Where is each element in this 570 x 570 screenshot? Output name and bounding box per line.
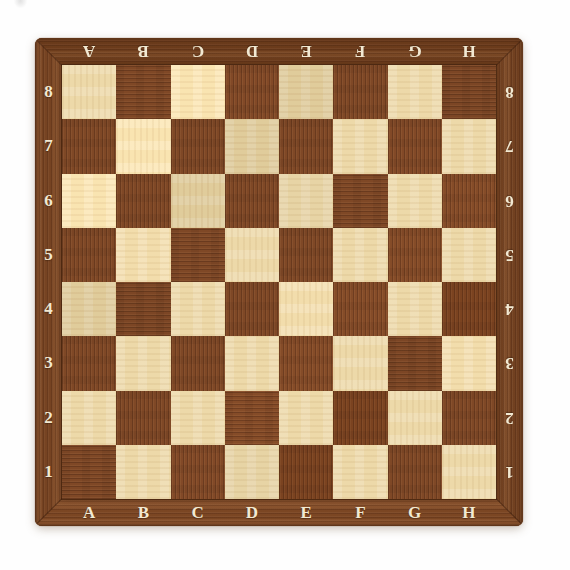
square-f6[interactable] (333, 174, 387, 228)
square-a7[interactable] (62, 119, 116, 173)
square-b7[interactable] (116, 119, 170, 173)
square-e8[interactable] (279, 65, 333, 119)
square-b3[interactable] (116, 336, 170, 390)
square-c3[interactable] (171, 336, 225, 390)
square-h8[interactable] (442, 65, 496, 119)
square-f5[interactable] (333, 228, 387, 282)
square-a5[interactable] (62, 228, 116, 282)
square-d4[interactable] (225, 282, 279, 336)
square-f2[interactable] (333, 391, 387, 445)
square-b1[interactable] (116, 445, 170, 499)
square-f7[interactable] (333, 119, 387, 173)
square-a3[interactable] (62, 336, 116, 390)
square-c4[interactable] (171, 282, 225, 336)
square-b2[interactable] (116, 391, 170, 445)
square-e5[interactable] (279, 228, 333, 282)
square-h7[interactable] (442, 119, 496, 173)
photo-artifact (14, 0, 27, 8)
square-d1[interactable] (225, 445, 279, 499)
square-a4[interactable] (62, 282, 116, 336)
square-d3[interactable] (225, 336, 279, 390)
square-e1[interactable] (279, 445, 333, 499)
square-g2[interactable] (388, 391, 442, 445)
photo-background: A B C D E F G H A B C D E F G H 8 7 6 5 … (0, 0, 570, 570)
square-d2[interactable] (225, 391, 279, 445)
square-a1[interactable] (62, 445, 116, 499)
square-a8[interactable] (62, 65, 116, 119)
square-e3[interactable] (279, 336, 333, 390)
square-c5[interactable] (171, 228, 225, 282)
square-h2[interactable] (442, 391, 496, 445)
square-f8[interactable] (333, 65, 387, 119)
square-d6[interactable] (225, 174, 279, 228)
chess-board: A B C D E F G H A B C D E F G H 8 7 6 5 … (35, 38, 523, 526)
square-b5[interactable] (116, 228, 170, 282)
square-a6[interactable] (62, 174, 116, 228)
square-f4[interactable] (333, 282, 387, 336)
square-h5[interactable] (442, 228, 496, 282)
square-h3[interactable] (442, 336, 496, 390)
square-a2[interactable] (62, 391, 116, 445)
square-c8[interactable] (171, 65, 225, 119)
square-c7[interactable] (171, 119, 225, 173)
square-d8[interactable] (225, 65, 279, 119)
square-g8[interactable] (388, 65, 442, 119)
square-b8[interactable] (116, 65, 170, 119)
square-e2[interactable] (279, 391, 333, 445)
square-g1[interactable] (388, 445, 442, 499)
square-h1[interactable] (442, 445, 496, 499)
square-d5[interactable] (225, 228, 279, 282)
square-g5[interactable] (388, 228, 442, 282)
square-e7[interactable] (279, 119, 333, 173)
square-b4[interactable] (116, 282, 170, 336)
square-g6[interactable] (388, 174, 442, 228)
square-g3[interactable] (388, 336, 442, 390)
square-c6[interactable] (171, 174, 225, 228)
square-e6[interactable] (279, 174, 333, 228)
square-d7[interactable] (225, 119, 279, 173)
board-playing-field (62, 65, 496, 499)
square-c1[interactable] (171, 445, 225, 499)
square-b6[interactable] (116, 174, 170, 228)
square-f1[interactable] (333, 445, 387, 499)
square-e4[interactable] (279, 282, 333, 336)
square-c2[interactable] (171, 391, 225, 445)
square-f3[interactable] (333, 336, 387, 390)
square-h6[interactable] (442, 174, 496, 228)
square-g7[interactable] (388, 119, 442, 173)
square-g4[interactable] (388, 282, 442, 336)
square-h4[interactable] (442, 282, 496, 336)
